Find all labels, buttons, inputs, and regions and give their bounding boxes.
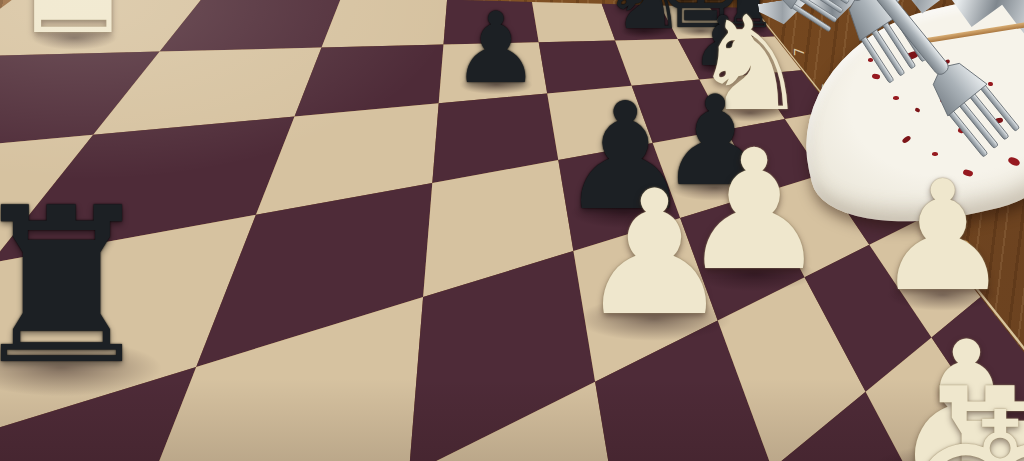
square-c8	[322, 0, 448, 48]
crumb	[893, 96, 899, 100]
square-d7	[439, 42, 548, 103]
square-e8	[532, 2, 615, 42]
crumb	[932, 152, 938, 156]
rank-label-right-7: 7	[791, 48, 807, 57]
square-d8	[444, 0, 539, 45]
square-e7	[539, 40, 632, 93]
photo-scene: 765438 ♛♞♚♜♟♟♟♞♜♜♟♟♟♟♟♟♚♜	[0, 0, 1024, 461]
rank-label-right-3: 3	[941, 238, 977, 258]
